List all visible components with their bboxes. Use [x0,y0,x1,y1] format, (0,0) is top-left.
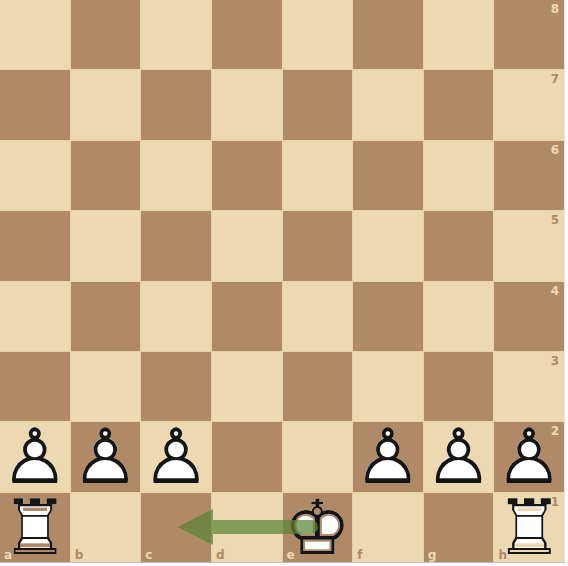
square-d7[interactable] [212,70,282,139]
file-label-b: b [75,549,84,561]
square-a4[interactable] [0,282,70,351]
square-d3[interactable] [212,352,282,421]
file-label-d: d [216,549,225,561]
square-c2[interactable]: ♟♙ [141,422,211,491]
square-f3[interactable] [353,352,423,421]
chess-app-page: 876543♟♙♟♙♟♙♟♙♟♙2♟♙a♜♖bcde♚♔fg1h♜♖ [0,0,568,566]
white-pawn-a2[interactable]: ♟♙ [0,422,70,491]
square-f2[interactable]: ♟♙ [353,422,423,491]
white-pawn-glyph-outline: ♙ [71,422,141,491]
square-b8[interactable] [71,0,141,69]
square-g5[interactable] [424,211,494,280]
square-g7[interactable] [424,70,494,139]
white-pawn-b2[interactable]: ♟♙ [71,422,141,491]
square-e5[interactable] [283,211,353,280]
white-rook-glyph-fill: ♜ [494,493,564,562]
square-h4[interactable]: 4 [494,282,564,351]
square-b2[interactable]: ♟♙ [71,422,141,491]
square-a5[interactable] [0,211,70,280]
square-f5[interactable] [353,211,423,280]
rank-label-6: 6 [551,144,559,156]
white-king-glyph-outline: ♔ [283,493,353,562]
square-h6[interactable]: 6 [494,141,564,210]
square-a1[interactable]: a♜♖ [0,493,70,562]
square-c3[interactable] [141,352,211,421]
square-c5[interactable] [141,211,211,280]
white-pawn-g2[interactable]: ♟♙ [424,422,494,491]
square-e1[interactable]: e♚♔ [283,493,353,562]
square-h1[interactable]: 1h♜♖ [494,493,564,562]
square-g3[interactable] [424,352,494,421]
square-h8[interactable]: 8 [494,0,564,69]
file-label-g: g [428,549,437,561]
square-e7[interactable] [283,70,353,139]
square-f6[interactable] [353,141,423,210]
square-a8[interactable] [0,0,70,69]
square-b6[interactable] [71,141,141,210]
white-king-e1[interactable]: ♚♔ [283,493,353,562]
white-pawn-glyph-fill: ♟ [353,422,423,491]
square-e8[interactable] [283,0,353,69]
white-rook-a1[interactable]: ♜♖ [0,493,70,562]
square-d6[interactable] [212,141,282,210]
square-f7[interactable] [353,70,423,139]
square-g1[interactable]: g [424,493,494,562]
square-h3[interactable]: 3 [494,352,564,421]
square-c4[interactable] [141,282,211,351]
square-c8[interactable] [141,0,211,69]
square-g2[interactable]: ♟♙ [424,422,494,491]
square-h2[interactable]: 2♟♙ [494,422,564,491]
square-d5[interactable] [212,211,282,280]
white-king-glyph-fill: ♚ [283,493,353,562]
square-b7[interactable] [71,70,141,139]
square-g6[interactable] [424,141,494,210]
square-f8[interactable] [353,0,423,69]
square-g8[interactable] [424,0,494,69]
rank-label-7: 7 [551,73,559,85]
chess-board: 876543♟♙♟♙♟♙♟♙♟♙2♟♙a♜♖bcde♚♔fg1h♜♖ [0,0,565,563]
square-h5[interactable]: 5 [494,211,564,280]
white-rook-glyph-outline: ♖ [0,493,70,562]
square-e6[interactable] [283,141,353,210]
square-d1[interactable]: d [212,493,282,562]
square-b3[interactable] [71,352,141,421]
white-pawn-glyph-outline: ♙ [0,422,70,491]
square-e2[interactable] [283,422,353,491]
square-d2[interactable] [212,422,282,491]
white-pawn-glyph-fill: ♟ [494,422,564,491]
white-pawn-h2[interactable]: ♟♙ [494,422,564,491]
square-a3[interactable] [0,352,70,421]
white-pawn-glyph-outline: ♙ [424,422,494,491]
file-label-c: c [145,549,152,561]
white-rook-glyph-outline: ♖ [494,493,564,562]
white-pawn-glyph-outline: ♙ [141,422,211,491]
white-pawn-glyph-fill: ♟ [141,422,211,491]
white-pawn-glyph-fill: ♟ [71,422,141,491]
square-e3[interactable] [283,352,353,421]
square-a6[interactable] [0,141,70,210]
square-e4[interactable] [283,282,353,351]
square-f1[interactable]: f [353,493,423,562]
square-a2[interactable]: ♟♙ [0,422,70,491]
square-g4[interactable] [424,282,494,351]
rank-label-3: 3 [551,355,559,367]
square-b1[interactable]: b [71,493,141,562]
square-a7[interactable] [0,70,70,139]
rank-label-8: 8 [551,3,559,15]
white-pawn-c2[interactable]: ♟♙ [141,422,211,491]
rank-label-5: 5 [551,214,559,226]
white-pawn-glyph-fill: ♟ [424,422,494,491]
white-rook-h1[interactable]: ♜♖ [494,493,564,562]
square-f4[interactable] [353,282,423,351]
square-h7[interactable]: 7 [494,70,564,139]
square-c1[interactable]: c [141,493,211,562]
white-pawn-glyph-outline: ♙ [494,422,564,491]
white-pawn-glyph-outline: ♙ [353,422,423,491]
square-d8[interactable] [212,0,282,69]
rank-label-4: 4 [551,285,559,297]
white-rook-glyph-fill: ♜ [0,493,70,562]
white-pawn-glyph-fill: ♟ [0,422,70,491]
white-pawn-f2[interactable]: ♟♙ [353,422,423,491]
square-c6[interactable] [141,141,211,210]
square-b5[interactable] [71,211,141,280]
file-label-f: f [357,549,362,561]
square-c7[interactable] [141,70,211,139]
square-b4[interactable] [71,282,141,351]
square-d4[interactable] [212,282,282,351]
